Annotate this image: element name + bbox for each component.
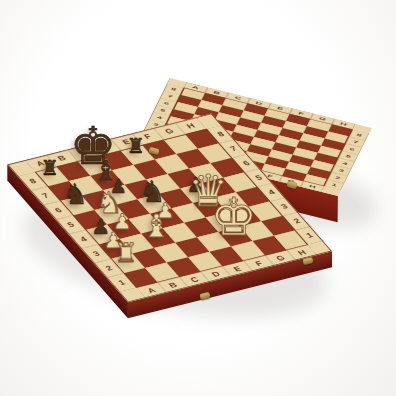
piece-black-rook-a8[interactable]: ♜ [41,158,60,179]
piece-black-knight-a6[interactable]: ♞ [63,181,88,209]
scene: AABBCCDDEEFFGGHH8877665544332211 AABBCCD… [0,0,396,396]
piece-white-bishop-c3[interactable]: ♝ [142,210,171,242]
piece-white-rook-a2[interactable]: ♜ [114,240,138,267]
piece-white-king-f2[interactable]: ♚ [210,191,257,243]
piece-black-rook-e8[interactable]: ♜ [127,136,146,157]
